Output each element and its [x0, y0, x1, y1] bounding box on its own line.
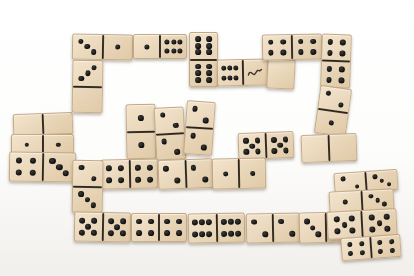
tile-half-2 [73, 161, 102, 186]
pip [339, 66, 345, 72]
pip [278, 219, 284, 225]
domino-tile-2-2[interactable] [154, 106, 187, 160]
domino-tile-0-0[interactable] [266, 58, 296, 89]
pip [389, 239, 394, 244]
pip [234, 219, 240, 225]
pip [315, 231, 321, 237]
pip [199, 231, 205, 237]
pip [114, 224, 120, 230]
pip [283, 147, 289, 153]
pip [249, 143, 255, 149]
tile-half-4 [130, 160, 157, 188]
pip [148, 231, 154, 237]
tile-half-2 [156, 134, 185, 160]
domino-tile-4-4[interactable] [262, 33, 322, 60]
tile-half-3 [43, 153, 75, 182]
pip [250, 170, 256, 176]
pip [283, 136, 289, 142]
pip [106, 165, 112, 171]
pip [310, 49, 316, 55]
tile-half-0 [330, 134, 357, 161]
pip [164, 219, 170, 225]
pip [85, 70, 91, 76]
pip [164, 48, 169, 53]
pip [271, 137, 277, 143]
pip [223, 171, 229, 177]
pip [268, 50, 274, 56]
pip [221, 75, 226, 80]
pip [176, 231, 182, 237]
pip [177, 39, 182, 44]
pip [206, 231, 212, 237]
pip [369, 215, 375, 221]
pip [206, 70, 212, 76]
pip [118, 177, 124, 183]
pip [221, 219, 227, 225]
tile-half-4 [132, 214, 158, 241]
pip [373, 174, 378, 179]
pip [383, 214, 389, 220]
tile-half-1 [213, 159, 239, 188]
pip [347, 242, 352, 247]
pip [334, 216, 340, 222]
pip [255, 148, 261, 154]
pip [16, 170, 22, 176]
pip [382, 202, 387, 207]
pip [390, 248, 395, 253]
pip [338, 102, 344, 108]
pip [375, 198, 380, 203]
tile-half-4 [102, 160, 129, 188]
pip [280, 50, 286, 56]
domino-tile-2-2[interactable] [183, 100, 216, 156]
pip [348, 251, 353, 256]
pip [147, 177, 153, 183]
pip [255, 137, 261, 143]
domino-tile-2-2[interactable] [157, 158, 213, 190]
pip [177, 48, 182, 53]
tile-half-0 [267, 59, 294, 88]
tile-half-2 [155, 107, 184, 133]
domino-tile-4-4[interactable] [131, 213, 187, 242]
pip [227, 75, 232, 80]
tile-half-2 [159, 160, 185, 189]
tile-half-1 [134, 35, 159, 58]
pip [327, 50, 333, 56]
pip [221, 230, 227, 236]
pip [341, 177, 346, 182]
pip [228, 230, 234, 236]
pip [146, 164, 152, 170]
tile-half-2 [274, 214, 299, 242]
pip [25, 142, 29, 146]
pip [135, 177, 141, 183]
tile-half-3 [73, 187, 102, 212]
tile-half-5 [239, 133, 266, 159]
tile-half-5 [75, 213, 102, 241]
tile-half-2 [184, 128, 213, 155]
pip [339, 77, 345, 83]
pip [206, 43, 212, 49]
pip [377, 240, 382, 245]
tile-half-4 [371, 235, 400, 258]
pip [56, 164, 62, 170]
pip [91, 230, 97, 236]
tile-half-3 [300, 213, 326, 242]
domino-tile-1-1[interactable] [126, 104, 157, 160]
pip [328, 39, 334, 45]
pip [195, 36, 201, 42]
domino-tile-1-1[interactable] [212, 158, 267, 190]
pip [91, 176, 97, 182]
pip [233, 65, 238, 70]
pip [195, 64, 201, 70]
pip [340, 39, 346, 45]
pip [206, 219, 212, 225]
domino-tile-3-1[interactable] [72, 33, 133, 60]
pip [78, 191, 84, 197]
pip [192, 231, 198, 237]
pip [119, 230, 125, 236]
pip [29, 170, 35, 176]
domino-tile-2-1[interactable] [314, 85, 352, 137]
pip [326, 91, 332, 97]
tile-half-4 [341, 237, 370, 260]
tile-half-1 [103, 35, 132, 59]
pip [384, 225, 390, 231]
pip [298, 49, 304, 55]
tile-half-2 [186, 159, 212, 188]
tile-half-3 [73, 61, 102, 86]
domino-tile-2-3[interactable] [72, 160, 104, 214]
pip [175, 177, 181, 183]
pip [228, 219, 234, 225]
pip [84, 44, 90, 50]
domino-tile-5-5[interactable] [74, 212, 132, 243]
pip [91, 202, 97, 208]
pip [326, 77, 332, 83]
tile-half-5 [103, 213, 130, 241]
pip [233, 75, 238, 80]
pip [30, 157, 36, 163]
pip [310, 225, 316, 231]
pip [78, 39, 84, 45]
pip [195, 70, 201, 76]
pip [164, 39, 169, 44]
pip [78, 76, 84, 82]
pip [199, 220, 205, 226]
tile-half-5 [327, 211, 361, 239]
tile-half-2 [186, 101, 215, 128]
pip [56, 142, 60, 146]
pip [195, 49, 201, 55]
pip [161, 139, 167, 145]
brand-stamp-icon [247, 67, 264, 78]
pip [369, 226, 375, 232]
pip [91, 65, 97, 71]
tile-half-0 [243, 60, 267, 85]
pip [359, 241, 364, 246]
pip [79, 217, 85, 223]
pip [206, 36, 212, 42]
tile-half-3 [366, 170, 397, 191]
pip [84, 197, 90, 203]
pip [192, 220, 198, 226]
pip [144, 44, 149, 49]
pip [268, 39, 274, 45]
domino-tile-1-6[interactable] [133, 34, 187, 59]
pip [227, 65, 232, 70]
tile-half-1 [315, 110, 348, 136]
tile-half-6 [161, 35, 186, 58]
pip [327, 66, 333, 72]
domino-tile-4-4[interactable] [101, 159, 159, 190]
tile-half-4 [10, 152, 42, 181]
domino-tile-6-6[interactable] [188, 213, 246, 244]
pip [243, 138, 249, 144]
tile-half-0 [73, 87, 102, 112]
tile-half-0 [44, 113, 73, 134]
pip [244, 149, 250, 155]
pip [201, 144, 207, 150]
pip [176, 219, 182, 225]
pip [341, 222, 347, 228]
pip [195, 77, 201, 83]
tile-half-5 [362, 209, 396, 237]
pip [380, 178, 385, 183]
pip [171, 48, 176, 53]
pip [195, 43, 201, 49]
tile-half-4 [322, 35, 351, 61]
tile-half-6 [218, 60, 242, 85]
domino-tile-4-3[interactable] [9, 151, 77, 182]
pip [289, 231, 295, 237]
dominoes-table: Giant wooden dominoes laid out in a wind… [0, 0, 414, 276]
domino-tile-6-0[interactable] [217, 59, 268, 87]
tile-half-1 [127, 132, 155, 158]
pip [190, 133, 196, 139]
domino-tile-5-5[interactable] [238, 131, 295, 160]
tile-half-6 [190, 33, 217, 59]
pip [298, 39, 304, 45]
pip [91, 49, 97, 55]
domino-tile-4-4[interactable] [320, 33, 352, 88]
pip [328, 120, 334, 126]
pip [343, 199, 348, 204]
tile-half-4 [160, 214, 186, 241]
pip [136, 231, 142, 237]
pip [203, 117, 209, 123]
pip [202, 176, 208, 182]
tile-half-4 [321, 62, 350, 88]
tile-half-0 [14, 114, 43, 135]
pip [118, 165, 124, 171]
pip [85, 224, 91, 230]
pip [334, 228, 340, 234]
tile-half-2 [247, 214, 272, 242]
pip [235, 230, 241, 236]
pip [349, 227, 355, 233]
pip [135, 165, 141, 171]
pip [386, 182, 391, 187]
pip [16, 157, 22, 163]
tile-half-6 [189, 214, 216, 242]
pip [136, 219, 142, 225]
tile-half-6 [217, 214, 244, 242]
pip [272, 148, 278, 154]
pip [368, 194, 373, 199]
pip [277, 142, 283, 148]
pip [310, 39, 316, 45]
pip [108, 230, 114, 236]
pip [138, 115, 144, 121]
pip [251, 219, 257, 225]
pip [171, 39, 176, 44]
pip [163, 166, 169, 172]
domino-tile-4-4[interactable] [340, 234, 401, 261]
tile-half-1 [127, 105, 155, 131]
pip [160, 112, 166, 118]
pip [79, 230, 85, 236]
pip [192, 106, 198, 112]
pip [280, 39, 286, 45]
domino-tile-2-2[interactable] [246, 213, 301, 244]
domino-tile-3-0[interactable] [72, 60, 104, 114]
pip [355, 184, 360, 189]
pip [262, 231, 268, 237]
pip [148, 219, 154, 225]
pip [378, 249, 383, 254]
pip [206, 77, 212, 83]
pip [206, 49, 212, 55]
pip [221, 65, 226, 70]
pip [360, 250, 365, 255]
pip [91, 218, 97, 224]
tile-half-4 [293, 34, 321, 58]
pip [120, 218, 126, 224]
tile-half-4 [263, 35, 291, 59]
tile-half-3 [73, 34, 102, 58]
domino-tile-6-6[interactable] [189, 32, 218, 87]
pip [106, 177, 112, 183]
pip [304, 219, 310, 225]
pip [173, 122, 179, 128]
domino-tile-0-0[interactable] [301, 133, 358, 163]
pip [174, 149, 180, 155]
pip [190, 165, 196, 171]
domino-tile-0-0[interactable] [13, 112, 74, 136]
pip [340, 50, 346, 56]
tile-half-1 [240, 159, 266, 188]
pip [115, 44, 121, 50]
pip [79, 165, 85, 171]
pip [376, 220, 382, 226]
pip [164, 231, 170, 237]
tile-half-0 [302, 135, 329, 162]
pip [138, 142, 144, 148]
pip [206, 64, 212, 70]
pip [348, 216, 354, 222]
pip [49, 158, 55, 164]
tile-half-6 [190, 61, 217, 87]
pip [63, 170, 69, 176]
tile-half-5 [267, 132, 294, 158]
pip [108, 218, 114, 224]
